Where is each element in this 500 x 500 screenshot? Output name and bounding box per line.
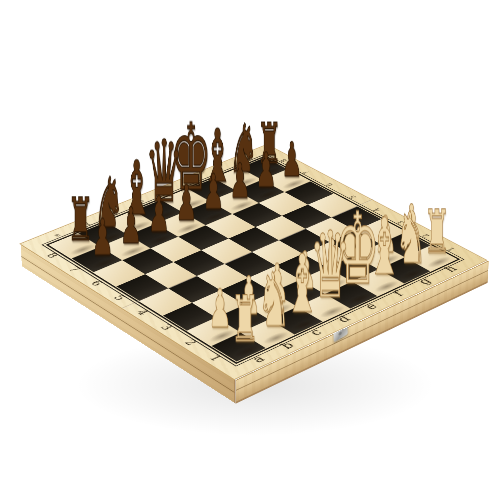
board-grid: abcdefgh8♜♞♝♛♚♝♞♜87♟♟♟♟♟♟♟♟7665544332♟♟♟… (21, 145, 487, 379)
coord-file-f: f (391, 290, 406, 298)
board-stage: abcdefgh8♜♞♝♛♚♝♞♜87♟♟♟♟♟♟♟♟7665544332♟♟♟… (86, 86, 418, 418)
coord-rank-2: 2 (183, 338, 199, 346)
coord-rank-6: 6 (89, 279, 105, 287)
coord-file-a: a (250, 354, 268, 364)
coord-rank-4: 4 (135, 308, 151, 316)
white-pawn: ♟ (208, 282, 232, 335)
product-photo-scene: abcdefgh8♜♞♝♛♚♝♞♜87♟♟♟♟♟♟♟♟7665544332♟♟♟… (0, 0, 500, 500)
coord-right-7: 7 (301, 170, 311, 175)
chess-board: abcdefgh8♜♞♝♛♚♝♞♜87♟♟♟♟♟♟♟♟7665544332♟♟♟… (19, 144, 487, 380)
coord-rank-5: 5 (111, 293, 127, 301)
coord-file-c: c (308, 328, 325, 337)
black-pawn: ♟ (255, 146, 276, 194)
black-pawn: ♟ (120, 201, 142, 251)
coord-rank-8: 8 (45, 251, 60, 258)
coord-file-b: b (279, 341, 297, 351)
black-rook: ♜ (67, 189, 94, 249)
coord-file-g: g (416, 277, 434, 286)
white-knight: ♞ (257, 263, 290, 337)
black-pawn: ♟ (175, 179, 197, 228)
coord-file-d: d (335, 314, 353, 324)
black-pawn: ♟ (148, 190, 170, 240)
coord-right-6: 6 (324, 182, 334, 187)
coord-rank-3: 3 (158, 323, 174, 331)
coord-rank-7: 7 (66, 265, 82, 273)
coord-file-e: e (363, 302, 380, 311)
black-pawn: ♟ (229, 157, 251, 205)
black-pawn: ♟ (203, 168, 225, 217)
coord-file-h: h (442, 265, 460, 274)
black-pawn: ♟ (91, 212, 114, 262)
coord-far-a: a (53, 233, 63, 238)
white-rook: ♜ (231, 287, 260, 351)
coord-rank-1: 1 (207, 353, 223, 362)
white-rook: ♜ (423, 201, 450, 261)
black-pawn: ♟ (281, 136, 302, 184)
